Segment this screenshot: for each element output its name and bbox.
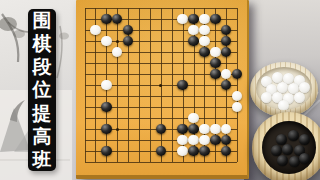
banner-char: 位 <box>33 80 52 99</box>
black-bowl-stone <box>299 153 310 164</box>
black-bowl-stone <box>299 134 310 145</box>
black-stone <box>156 124 167 135</box>
white-stone-bowl <box>250 62 318 117</box>
black-stone <box>210 58 221 69</box>
banner-char: 班 <box>33 150 52 169</box>
board-grid-line <box>85 162 238 163</box>
black-stone <box>221 135 232 146</box>
black-stone <box>101 146 112 157</box>
white-stone <box>199 135 210 146</box>
thumbnail-scene: 围棋段位提高班 <box>0 0 320 180</box>
black-stone <box>188 146 199 157</box>
white-stone <box>188 135 199 146</box>
white-bowl-stone <box>294 92 305 103</box>
white-stone <box>221 124 232 135</box>
black-stone <box>101 124 112 135</box>
black-stone <box>188 14 199 25</box>
white-stone <box>188 113 199 124</box>
black-bowl-stone <box>282 144 293 155</box>
white-stone <box>199 14 210 25</box>
black-stone <box>232 69 243 80</box>
black-stone <box>221 36 232 47</box>
black-stone <box>210 135 221 146</box>
black-stone-bowl <box>252 112 320 180</box>
white-stone <box>101 36 112 47</box>
black-stone <box>112 14 123 25</box>
black-stone <box>221 25 232 36</box>
banner-char: 段 <box>33 57 52 76</box>
star-point <box>116 128 119 131</box>
black-stone <box>221 47 232 58</box>
black-stone <box>210 14 221 25</box>
white-stone <box>199 124 210 135</box>
banner-char: 棋 <box>33 34 52 53</box>
white-stone-bowl-stones <box>256 67 312 110</box>
black-stone <box>177 124 188 135</box>
black-bowl-stone <box>277 155 288 166</box>
white-stone <box>199 36 210 47</box>
black-stone <box>221 80 232 91</box>
white-stone <box>232 102 243 113</box>
white-stone <box>221 69 232 80</box>
white-stone <box>199 25 210 36</box>
black-stone <box>221 146 232 157</box>
white-stone <box>210 124 221 135</box>
black-stone-bowl-stones <box>262 121 316 174</box>
black-stone <box>101 14 112 25</box>
board-grid-line <box>85 118 238 119</box>
black-stone <box>210 69 221 80</box>
black-stone <box>199 47 210 58</box>
white-stone <box>210 47 221 58</box>
white-stone <box>177 135 188 146</box>
black-stone <box>188 36 199 47</box>
black-stone <box>177 80 188 91</box>
white-stone <box>188 25 199 36</box>
go-board <box>76 0 249 179</box>
white-stone <box>101 80 112 91</box>
white-bowl-stone <box>278 100 289 110</box>
white-stone <box>112 47 123 58</box>
black-stone <box>188 124 199 135</box>
white-bowl-stone <box>261 92 272 103</box>
black-stone <box>101 102 112 113</box>
banner-char: 高 <box>33 127 52 146</box>
white-stone <box>177 14 188 25</box>
white-stone <box>90 25 101 36</box>
black-stone <box>123 36 134 47</box>
white-stone <box>177 146 188 157</box>
board-grid-line <box>237 8 238 162</box>
star-point <box>159 84 162 87</box>
white-stone <box>232 91 243 102</box>
board-grid-line <box>85 96 238 97</box>
banner-char: 围 <box>33 11 52 30</box>
black-stone <box>123 25 134 36</box>
star-point <box>116 40 119 43</box>
board-grid-line <box>172 8 173 162</box>
black-stone <box>156 146 167 157</box>
black-bowl-stone <box>288 130 299 141</box>
black-stone <box>199 146 210 157</box>
banner-char: 提 <box>33 104 52 123</box>
title-banner: 围棋段位提高班 <box>28 9 56 171</box>
